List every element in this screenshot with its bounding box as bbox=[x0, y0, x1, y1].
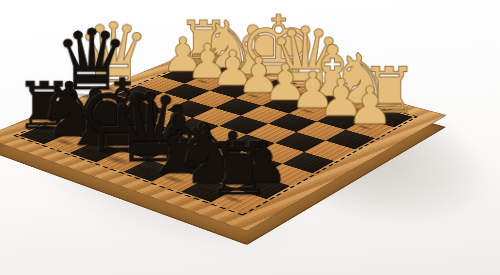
rook-glyph: ♜ bbox=[206, 133, 271, 205]
chess-board: ♜♞♝♛♚♝♞♜♟♟♟♟♟♟♟♟♟♟♟♟♟♟♟♟♜♞♝♛♚♝♞♜♛♛ bbox=[0, 49, 447, 231]
product-photo: ♜♞♝♛♚♝♞♜♟♟♟♟♟♟♟♟♟♟♟♟♟♟♟♟♜♞♝♛♚♝♞♜♛♛ bbox=[0, 0, 500, 275]
pieces-layer: ♜♞♝♛♚♝♞♜♟♟♟♟♟♟♟♟♟♟♟♟♟♟♟♟♜♞♝♛♚♝♞♜♛♛ bbox=[19, 59, 413, 212]
scene: ♜♞♝♛♚♝♞♜♟♟♟♟♟♟♟♟♟♟♟♟♟♟♟♟♜♞♝♛♚♝♞♜♛♛ bbox=[0, 0, 500, 275]
pawn-glyph: ♟ bbox=[347, 79, 394, 131]
